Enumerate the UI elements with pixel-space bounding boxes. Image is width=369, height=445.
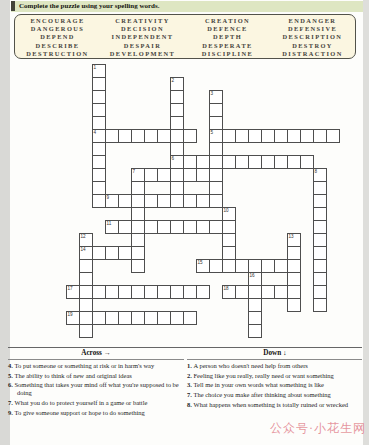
cell-14-16[interactable]: 16 (248, 272, 262, 286)
cell-5-9[interactable] (131, 181, 145, 195)
clue-text: To put someone or something at risk or i… (15, 362, 155, 369)
cell-number-5: 5 (211, 130, 214, 135)
scan-corner-mark (11, 1, 15, 11)
cell-17-14[interactable] (287, 246, 301, 260)
cell-11-6[interactable] (209, 142, 223, 156)
bank-word: DESPERATE (185, 42, 270, 50)
cell-2-19[interactable] (92, 311, 106, 325)
across-clue-7: 7. What you do to protect yourself in a … (8, 399, 186, 407)
down-clue-3: 3. Tell me in your own words what someth… (187, 381, 365, 389)
cell-11-4[interactable] (209, 116, 223, 130)
cell-2-6[interactable] (92, 142, 106, 156)
clue-text: Feeling like you really, really need or … (194, 372, 334, 379)
cell-14-15[interactable] (248, 259, 262, 273)
bank-word: ENDANGER (270, 17, 355, 25)
cell-17-17[interactable] (287, 285, 301, 299)
cell-7-10[interactable] (157, 194, 171, 208)
cell-number-4: 4 (94, 130, 97, 135)
cell-11-8[interactable] (209, 168, 223, 182)
cell-14-5[interactable] (248, 129, 262, 143)
across-clue-list: 4. To put someone or something at risk o… (8, 362, 186, 418)
cell-8-5[interactable] (170, 129, 184, 143)
cell-number-11: 11 (107, 221, 112, 226)
cell-11-7[interactable] (209, 155, 223, 169)
cell-3-5[interactable] (105, 129, 119, 143)
cell-10-12[interactable] (196, 220, 210, 234)
down-header: Down ↓ (187, 349, 363, 357)
bank-word: DEFENCE (185, 25, 270, 33)
cell-2-17[interactable] (92, 285, 106, 299)
across-clue-9: 9. To give someone support or hope to do… (8, 409, 186, 417)
cell-number-19: 19 (68, 312, 73, 317)
cell-8-2[interactable] (170, 90, 184, 104)
cell-11-5[interactable]: 5 (209, 129, 223, 143)
cell-2-1[interactable] (92, 77, 106, 91)
cell-8-19[interactable] (170, 311, 184, 325)
cell-8-7[interactable]: 6 (170, 155, 184, 169)
cell-9-8[interactable] (183, 168, 197, 182)
cell-15-17[interactable] (261, 285, 275, 299)
cell-12-13[interactable] (222, 233, 236, 247)
across-clue-5: 5. The ability to think of new and origi… (8, 372, 186, 380)
cell-2-4[interactable] (92, 116, 106, 130)
cell-4-17[interactable] (118, 285, 132, 299)
cell-9-10[interactable] (183, 194, 197, 208)
cell-13-7[interactable] (235, 155, 249, 169)
cell-14-7[interactable] (248, 155, 262, 169)
bank-column-4: ENDANGERDEFENSIVEDESCRIPTIONDESTROYDISTR… (270, 17, 355, 58)
clue-text: The choice you make after thinking about… (194, 391, 331, 398)
down-clue-1: 1. A person who doesn't need help from o… (187, 362, 365, 370)
cell-0-19[interactable]: 19 (66, 311, 80, 325)
cell-9-5[interactable] (183, 129, 197, 143)
cell-12-7[interactable] (222, 155, 236, 169)
cell-4-19[interactable] (118, 311, 132, 325)
down-clue-list: 1. A person who doesn't need help from o… (187, 362, 365, 411)
cell-number-9: 9 (107, 195, 110, 200)
cell-number-17: 17 (68, 286, 73, 291)
cell-1-18[interactable] (79, 298, 93, 312)
cell-4-12[interactable] (118, 220, 132, 234)
cell-14-20[interactable] (248, 324, 262, 338)
bank-word: DEPTH (185, 33, 270, 41)
cell-3-10[interactable]: 9 (105, 194, 119, 208)
cell-18-7[interactable] (300, 155, 314, 169)
cell-7-12[interactable] (157, 220, 171, 234)
bank-word: DECISION (100, 25, 185, 33)
cell-8-6[interactable] (170, 142, 184, 156)
cell-2-9[interactable] (92, 181, 106, 195)
bank-word: DEPEND (15, 33, 100, 41)
clue-divider-line (8, 347, 362, 348)
cell-6-17[interactable] (144, 285, 158, 299)
clue-text: What happens when something is totally r… (194, 401, 349, 408)
cell-1-19[interactable] (79, 311, 93, 325)
cell-number-15: 15 (198, 260, 203, 265)
cell-6-19[interactable] (144, 311, 158, 325)
cell-8-9[interactable] (170, 181, 184, 195)
cell-19-9[interactable] (313, 181, 327, 195)
cell-number-3: 3 (211, 91, 214, 96)
cell-number-13: 13 (289, 234, 294, 239)
bank-word: DESTROY (270, 42, 355, 50)
cell-4-14[interactable] (118, 246, 132, 260)
cell-number-2: 2 (172, 78, 175, 83)
cell-12-14[interactable] (222, 246, 236, 260)
cell-13-17[interactable] (235, 285, 249, 299)
cell-10-17[interactable] (196, 285, 210, 299)
cell-8-10[interactable] (170, 194, 184, 208)
cell-2-5[interactable]: 4 (92, 129, 106, 143)
cell-9-17[interactable] (183, 285, 197, 299)
down-clue-7: 7. The choice you make after thinking ab… (187, 391, 365, 399)
cell-10-8[interactable] (196, 168, 210, 182)
cell-19-16[interactable] (313, 272, 327, 286)
bank-word: DISCIPLINE (185, 50, 270, 58)
cell-6-8[interactable] (144, 168, 158, 182)
cell-19-10[interactable] (313, 194, 327, 208)
cell-12-15[interactable] (222, 259, 236, 273)
bank-word: CREATIVITY (100, 17, 185, 25)
cell-11-9[interactable] (209, 181, 223, 195)
cell-1-14[interactable]: 14 (79, 246, 93, 260)
clue-text: What you do to protect yourself in a gam… (15, 399, 148, 406)
cell-3-14[interactable] (105, 246, 119, 260)
cell-19-17[interactable] (313, 285, 327, 299)
cell-13-5[interactable] (235, 129, 249, 143)
cell-8-8[interactable] (170, 168, 184, 182)
cell-10-7[interactable] (196, 155, 210, 169)
cell-19-18[interactable] (313, 298, 327, 312)
cell-15-15[interactable] (261, 259, 275, 273)
bank-word: DEFENSIVE (270, 25, 355, 33)
cell-1-16[interactable] (79, 272, 93, 286)
cell-19-8[interactable]: 8 (313, 168, 327, 182)
cell-14-18[interactable] (248, 298, 262, 312)
instructions-text: Complete the puzzle using your spelling … (19, 2, 159, 10)
across-header-underline (8, 359, 184, 360)
down-clue-2: 2. Feeling like you really, really need … (187, 372, 365, 380)
cell-5-5[interactable] (131, 129, 145, 143)
cell-14-17[interactable] (248, 285, 262, 299)
cell-5-15[interactable] (131, 259, 145, 273)
worksheet-page: { "game": "crossword", "title": "Complet… (0, 0, 369, 445)
cell-10-10[interactable] (196, 194, 210, 208)
cell-1-15[interactable] (79, 259, 93, 273)
cell-9-19[interactable] (183, 311, 197, 325)
cell-0-17[interactable]: 17 (66, 285, 80, 299)
bank-column-3: CREATIONDEFENCEDEPTHDESPERATEDISCIPLINE (185, 17, 270, 58)
cell-5-11[interactable] (131, 207, 145, 221)
bank-column-2: CREATIVITYDECISIONINDEPENDENTDESPAIRDEVE… (100, 17, 185, 58)
cell-19-11[interactable] (313, 207, 327, 221)
cell-2-0[interactable]: 1 (92, 64, 106, 78)
cell-5-13[interactable] (131, 233, 145, 247)
cell-15-7[interactable] (261, 155, 275, 169)
cell-1-17[interactable] (79, 285, 93, 299)
bank-word: DESPAIR (100, 42, 185, 50)
cell-number-6: 6 (172, 156, 175, 161)
cell-number-18: 18 (224, 286, 229, 291)
across-header: Across → (8, 349, 184, 357)
cell-2-3[interactable] (92, 103, 106, 117)
cell-9-7[interactable] (183, 155, 197, 169)
cell-number-8: 8 (315, 169, 318, 174)
cell-2-14[interactable] (92, 246, 106, 260)
bank-word: DESCRIPTION (270, 33, 355, 41)
crossword-board: 45679111415171819123810121316 (66, 64, 346, 340)
instructions-bar: Complete the puzzle using your spelling … (11, 1, 363, 12)
cell-11-2[interactable]: 3 (209, 90, 223, 104)
cell-17-15[interactable] (287, 259, 301, 273)
cell-17-18[interactable] (287, 298, 301, 312)
cell-19-14[interactable] (313, 246, 327, 260)
cell-6-5[interactable] (144, 129, 158, 143)
cell-4-5[interactable] (118, 129, 132, 143)
across-clue-4: 4. To put someone or something at risk o… (8, 362, 186, 370)
cell-13-15[interactable] (235, 259, 249, 273)
cell-3-19[interactable] (105, 311, 119, 325)
cell-19-12[interactable] (313, 220, 327, 234)
bank-word: DEVELOPMENT (100, 50, 185, 58)
cell-19-13[interactable] (313, 233, 327, 247)
cell-number-7: 7 (133, 169, 136, 174)
cell-10-15[interactable]: 15 (196, 259, 210, 273)
cell-8-1[interactable]: 2 (170, 77, 184, 91)
cell-5-14[interactable] (131, 246, 145, 260)
cell-12-12[interactable] (222, 220, 236, 234)
bank-word: DESCRIBE (15, 42, 100, 50)
bank-word: DANGEROUS (15, 25, 100, 33)
cell-number-1: 1 (94, 65, 97, 70)
cell-7-8[interactable] (157, 168, 171, 182)
cell-number-12: 12 (81, 234, 86, 239)
cell-3-17[interactable] (105, 285, 119, 299)
cell-1-20[interactable] (79, 324, 93, 338)
clue-text: A person who doesn't need help from othe… (194, 362, 308, 369)
cell-7-19[interactable] (157, 311, 171, 325)
cell-5-8[interactable]: 7 (131, 168, 145, 182)
cell-1-13[interactable]: 12 (79, 233, 93, 247)
cell-5-10[interactable] (131, 194, 145, 208)
bank-word: ENCOURAGE (15, 17, 100, 25)
cell-17-7[interactable] (287, 155, 301, 169)
across-clue-6: 6. Something that takes your mind off wh… (8, 381, 186, 396)
cell-6-10[interactable] (144, 194, 158, 208)
cell-12-5[interactable] (222, 129, 236, 143)
down-clue-8: 8. What happens when something is totall… (187, 401, 365, 409)
cell-11-10[interactable] (209, 194, 223, 208)
word-bank-box: ENCOURAGEDANGEROUSDEPENDDESCRIBEDESTRUCT… (14, 14, 356, 59)
cell-17-5[interactable] (287, 129, 301, 143)
cell-15-5[interactable] (261, 129, 275, 143)
cell-17-16[interactable] (287, 272, 301, 286)
clue-text: The ability to think of new and original… (15, 372, 132, 379)
clue-text: Tell me in your own words what something… (194, 381, 324, 388)
cell-8-17[interactable] (170, 285, 184, 299)
bank-word: DISTRACTION (270, 50, 355, 58)
cell-11-3[interactable] (209, 103, 223, 117)
cell-7-5[interactable] (157, 129, 171, 143)
cell-16-17[interactable] (274, 285, 288, 299)
cell-16-15[interactable] (274, 259, 288, 273)
cell-11-15[interactable] (209, 259, 223, 273)
cell-6-12[interactable] (144, 220, 158, 234)
down-header-underline (187, 359, 362, 360)
cell-number-16: 16 (250, 273, 255, 278)
cell-8-12[interactable] (170, 220, 184, 234)
cell-4-10[interactable] (118, 194, 132, 208)
cell-9-12[interactable] (183, 220, 197, 234)
cell-7-17[interactable] (157, 285, 171, 299)
cell-18-5[interactable] (300, 129, 314, 143)
cell-3-12[interactable]: 11 (105, 220, 119, 234)
clue-text: To give someone support or hope to do so… (15, 409, 145, 416)
cell-number-14: 14 (81, 247, 86, 252)
cell-12-11[interactable]: 10 (222, 207, 236, 221)
cell-19-5[interactable] (313, 129, 327, 143)
cell-5-19[interactable] (131, 311, 145, 325)
cell-5-17[interactable] (131, 285, 145, 299)
cell-20-5[interactable] (326, 129, 340, 143)
cell-2-10[interactable] (92, 194, 106, 208)
bank-word: INDEPENDENT (100, 33, 185, 41)
cell-19-15[interactable] (313, 259, 327, 273)
cell-16-7[interactable] (274, 155, 288, 169)
bank-word: CREATION (185, 17, 270, 25)
bank-column-1: ENCOURAGEDANGEROUSDEPENDDESCRIBEDESTRUCT… (15, 17, 100, 58)
cell-12-17[interactable]: 18 (222, 285, 236, 299)
bank-word: DESTRUCTION (15, 50, 100, 58)
cell-8-3[interactable] (170, 103, 184, 117)
cell-11-12[interactable] (209, 220, 223, 234)
cell-8-4[interactable] (170, 116, 184, 130)
cell-16-5[interactable] (274, 129, 288, 143)
cell-5-12[interactable] (131, 220, 145, 234)
cell-number-10: 10 (224, 208, 229, 213)
cell-2-2[interactable] (92, 90, 106, 104)
cell-2-8[interactable] (92, 168, 106, 182)
watermark-text: 公众号·小花生网 (270, 420, 366, 437)
cell-2-7[interactable] (92, 155, 106, 169)
cell-14-19[interactable] (248, 311, 262, 325)
cell-17-13[interactable]: 13 (287, 233, 301, 247)
clue-text: Something that takes your mind off what … (15, 381, 179, 396)
